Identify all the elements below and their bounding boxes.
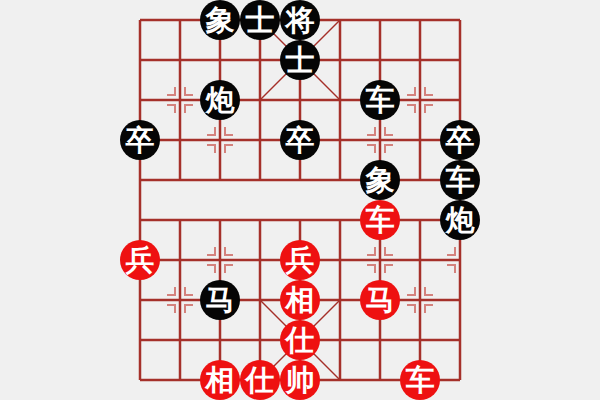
- piece-black-chariot[interactable]: 车: [360, 80, 400, 120]
- piece-red-advisor[interactable]: 仕: [240, 360, 280, 400]
- piece-red-horse[interactable]: 马: [360, 280, 400, 320]
- piece-black-cannon[interactable]: 炮: [200, 80, 240, 120]
- pieces-layer: 象士将士炮车卒卒卒象车车炮兵兵马相马仕相仕帅车: [120, 0, 480, 400]
- piece-red-advisor[interactable]: 仕: [280, 320, 320, 360]
- piece-black-elephant[interactable]: 象: [360, 160, 400, 200]
- xiangqi-board: 象士将士炮车卒卒卒象车车炮兵兵马相马仕相仕帅车: [0, 0, 600, 400]
- piece-black-soldier[interactable]: 卒: [440, 120, 480, 160]
- piece-black-elephant[interactable]: 象: [200, 0, 240, 40]
- piece-black-cannon[interactable]: 炮: [440, 200, 480, 240]
- piece-red-chariot[interactable]: 车: [400, 360, 440, 400]
- piece-black-advisor[interactable]: 士: [240, 0, 280, 40]
- piece-red-elephant[interactable]: 相: [200, 360, 240, 400]
- piece-red-soldier[interactable]: 兵: [120, 240, 160, 280]
- piece-black-horse[interactable]: 马: [200, 280, 240, 320]
- piece-red-chariot[interactable]: 车: [360, 200, 400, 240]
- piece-red-soldier[interactable]: 兵: [280, 240, 320, 280]
- piece-black-general[interactable]: 将: [280, 0, 320, 40]
- piece-black-advisor[interactable]: 士: [280, 40, 320, 80]
- piece-red-general[interactable]: 帅: [280, 360, 320, 400]
- piece-black-soldier[interactable]: 卒: [120, 120, 160, 160]
- piece-black-soldier[interactable]: 卒: [280, 120, 320, 160]
- piece-black-chariot[interactable]: 车: [440, 160, 480, 200]
- piece-red-elephant[interactable]: 相: [280, 280, 320, 320]
